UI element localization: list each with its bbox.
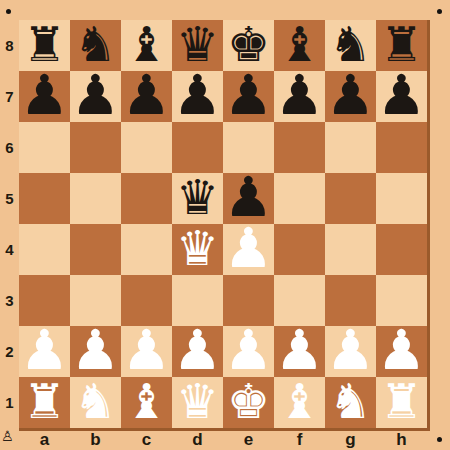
square-c4[interactable] <box>121 224 172 275</box>
square-b7[interactable]: ♟ <box>70 71 121 122</box>
square-b1[interactable]: ♞ <box>70 377 121 428</box>
square-h1[interactable]: ♜ <box>376 377 427 428</box>
black-pawn: ♟ <box>326 70 375 121</box>
square-a3[interactable] <box>19 275 70 326</box>
square-e3[interactable] <box>223 275 274 326</box>
black-rook: ♜ <box>23 19 66 70</box>
square-a6[interactable] <box>19 122 70 173</box>
square-b5[interactable] <box>70 173 121 224</box>
white-knight: ♞ <box>329 376 372 427</box>
square-b3[interactable] <box>70 275 121 326</box>
rank-label-1: 1 <box>0 377 19 428</box>
black-pawn: ♟ <box>71 70 120 121</box>
black-bishop: ♝ <box>278 19 321 70</box>
square-b2[interactable]: ♟ <box>70 326 121 377</box>
file-label-h: h <box>376 429 427 450</box>
white-rook: ♜ <box>23 376 66 427</box>
white-pawn: ♟ <box>224 325 273 376</box>
square-d4[interactable]: ♛ <box>172 224 223 275</box>
square-e1[interactable]: ♚ <box>223 377 274 428</box>
rank-label-6: 6 <box>0 122 19 173</box>
white-pawn: ♟ <box>71 325 120 376</box>
corner-dot-bottom-right <box>437 437 442 442</box>
black-queen: ♛ <box>176 19 219 70</box>
square-b8[interactable]: ♞ <box>70 20 121 71</box>
square-f3[interactable] <box>274 275 325 326</box>
black-rook: ♜ <box>380 19 423 70</box>
file-label-g: g <box>325 429 376 450</box>
white-queen: ♛ <box>176 376 219 427</box>
black-knight: ♞ <box>329 19 372 70</box>
file-label-e: e <box>223 429 274 450</box>
white-pawn: ♟ <box>224 223 273 274</box>
square-c1[interactable]: ♝ <box>121 377 172 428</box>
square-c6[interactable] <box>121 122 172 173</box>
white-pawn: ♟ <box>122 325 171 376</box>
square-f1[interactable]: ♝ <box>274 377 325 428</box>
square-b6[interactable] <box>70 122 121 173</box>
square-c2[interactable]: ♟ <box>121 326 172 377</box>
black-pawn: ♟ <box>224 172 273 223</box>
white-knight: ♞ <box>74 376 117 427</box>
square-a5[interactable] <box>19 173 70 224</box>
black-bishop: ♝ <box>125 19 168 70</box>
square-f2[interactable]: ♟ <box>274 326 325 377</box>
square-f6[interactable] <box>274 122 325 173</box>
white-pawn: ♟ <box>326 325 375 376</box>
rank-label-4: 4 <box>0 224 19 275</box>
white-queen: ♛ <box>176 223 219 274</box>
black-knight: ♞ <box>74 19 117 70</box>
black-pawn: ♟ <box>173 70 222 121</box>
square-a2[interactable]: ♟ <box>19 326 70 377</box>
square-c7[interactable]: ♟ <box>121 71 172 122</box>
corner-pawn-mark: ♙ <box>1 428 14 444</box>
black-pawn: ♟ <box>377 70 426 121</box>
square-e4[interactable]: ♟ <box>223 224 274 275</box>
chess-board: ♜♞♝♛♚♝♞♜♟♟♟♟♟♟♟♟♛♟♛♟♟♟♟♟♟♟♟♟♜♞♝♛♚♝♞♜ <box>19 20 430 431</box>
black-queen: ♛ <box>176 172 219 223</box>
square-a8[interactable]: ♜ <box>19 20 70 71</box>
white-pawn: ♟ <box>173 325 222 376</box>
square-d2[interactable]: ♟ <box>172 326 223 377</box>
square-g8[interactable]: ♞ <box>325 20 376 71</box>
white-pawn: ♟ <box>20 325 69 376</box>
square-d5[interactable]: ♛ <box>172 173 223 224</box>
rank-label-8: 8 <box>0 20 19 71</box>
square-d8[interactable]: ♛ <box>172 20 223 71</box>
square-b4[interactable] <box>70 224 121 275</box>
square-g5[interactable] <box>325 173 376 224</box>
square-g7[interactable]: ♟ <box>325 71 376 122</box>
square-g1[interactable]: ♞ <box>325 377 376 428</box>
black-king: ♚ <box>227 19 270 70</box>
rank-label-5: 5 <box>0 173 19 224</box>
square-h2[interactable]: ♟ <box>376 326 427 377</box>
square-h5[interactable] <box>376 173 427 224</box>
white-rook: ♜ <box>380 376 423 427</box>
square-f4[interactable] <box>274 224 325 275</box>
rank-label-2: 2 <box>0 326 19 377</box>
square-c5[interactable] <box>121 173 172 224</box>
square-d1[interactable]: ♛ <box>172 377 223 428</box>
square-h8[interactable]: ♜ <box>376 20 427 71</box>
white-pawn: ♟ <box>275 325 324 376</box>
file-labels: abcdefgh <box>19 429 427 450</box>
square-a4[interactable] <box>19 224 70 275</box>
black-pawn: ♟ <box>224 70 273 121</box>
rank-label-3: 3 <box>0 275 19 326</box>
white-king: ♚ <box>227 376 270 427</box>
rank-labels: 87654321 <box>0 20 19 428</box>
square-c3[interactable] <box>121 275 172 326</box>
square-g3[interactable] <box>325 275 376 326</box>
white-pawn: ♟ <box>377 325 426 376</box>
square-d6[interactable] <box>172 122 223 173</box>
file-label-d: d <box>172 429 223 450</box>
square-e6[interactable] <box>223 122 274 173</box>
square-h4[interactable] <box>376 224 427 275</box>
square-e5[interactable]: ♟ <box>223 173 274 224</box>
file-label-c: c <box>121 429 172 450</box>
demo-chess-board: 87654321 ♜♞♝♛♚♝♞♜♟♟♟♟♟♟♟♟♛♟♛♟♟♟♟♟♟♟♟♟♜♞♝… <box>0 0 450 450</box>
square-a7[interactable]: ♟ <box>19 71 70 122</box>
square-g4[interactable] <box>325 224 376 275</box>
square-g6[interactable] <box>325 122 376 173</box>
file-label-f: f <box>274 429 325 450</box>
square-e8[interactable]: ♚ <box>223 20 274 71</box>
white-bishop: ♝ <box>125 376 168 427</box>
square-f7[interactable]: ♟ <box>274 71 325 122</box>
corner-dot-top-right <box>437 9 442 14</box>
file-label-a: a <box>19 429 70 450</box>
rank-label-7: 7 <box>0 71 19 122</box>
white-bishop: ♝ <box>278 376 321 427</box>
square-f5[interactable] <box>274 173 325 224</box>
square-e7[interactable]: ♟ <box>223 71 274 122</box>
corner-dot-top-left <box>6 9 11 14</box>
square-h7[interactable]: ♟ <box>376 71 427 122</box>
square-h3[interactable] <box>376 275 427 326</box>
black-pawn: ♟ <box>275 70 324 121</box>
square-g2[interactable]: ♟ <box>325 326 376 377</box>
square-h6[interactable] <box>376 122 427 173</box>
square-f8[interactable]: ♝ <box>274 20 325 71</box>
square-d3[interactable] <box>172 275 223 326</box>
black-pawn: ♟ <box>20 70 69 121</box>
square-c8[interactable]: ♝ <box>121 20 172 71</box>
black-pawn: ♟ <box>122 70 171 121</box>
square-d7[interactable]: ♟ <box>172 71 223 122</box>
file-label-b: b <box>70 429 121 450</box>
square-a1[interactable]: ♜ <box>19 377 70 428</box>
square-e2[interactable]: ♟ <box>223 326 274 377</box>
